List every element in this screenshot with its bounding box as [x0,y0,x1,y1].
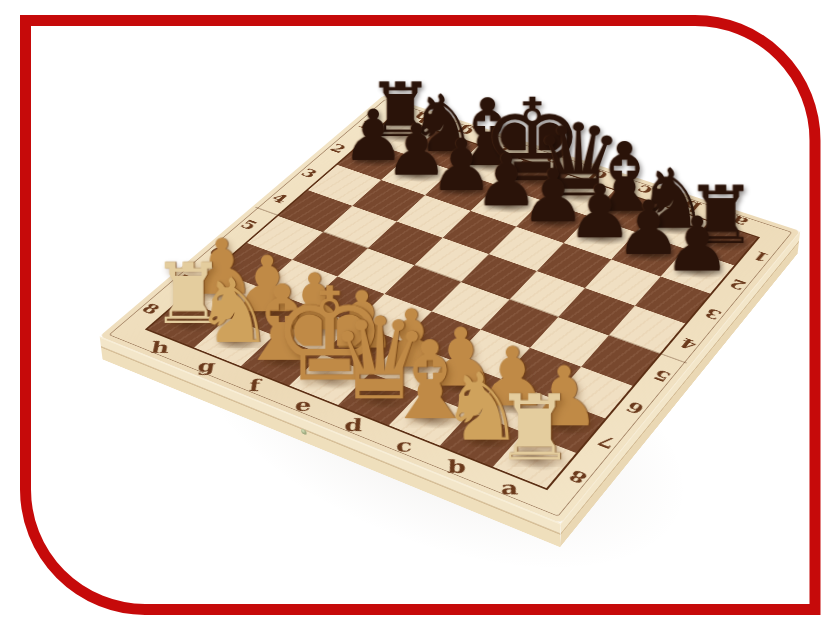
hinge-screw-icon [301,428,307,435]
scene: hhggffeeddccbbaa1122334455667788 ♜♞♝♚♛♝♞… [0,0,840,630]
product-photo: hhggffeeddccbbaa1122334455667788 ♜♞♝♚♛♝♞… [0,0,840,630]
chess-board: hhggffeeddccbbaa1122334455667788 ♜♞♝♚♛♝♞… [100,95,801,523]
